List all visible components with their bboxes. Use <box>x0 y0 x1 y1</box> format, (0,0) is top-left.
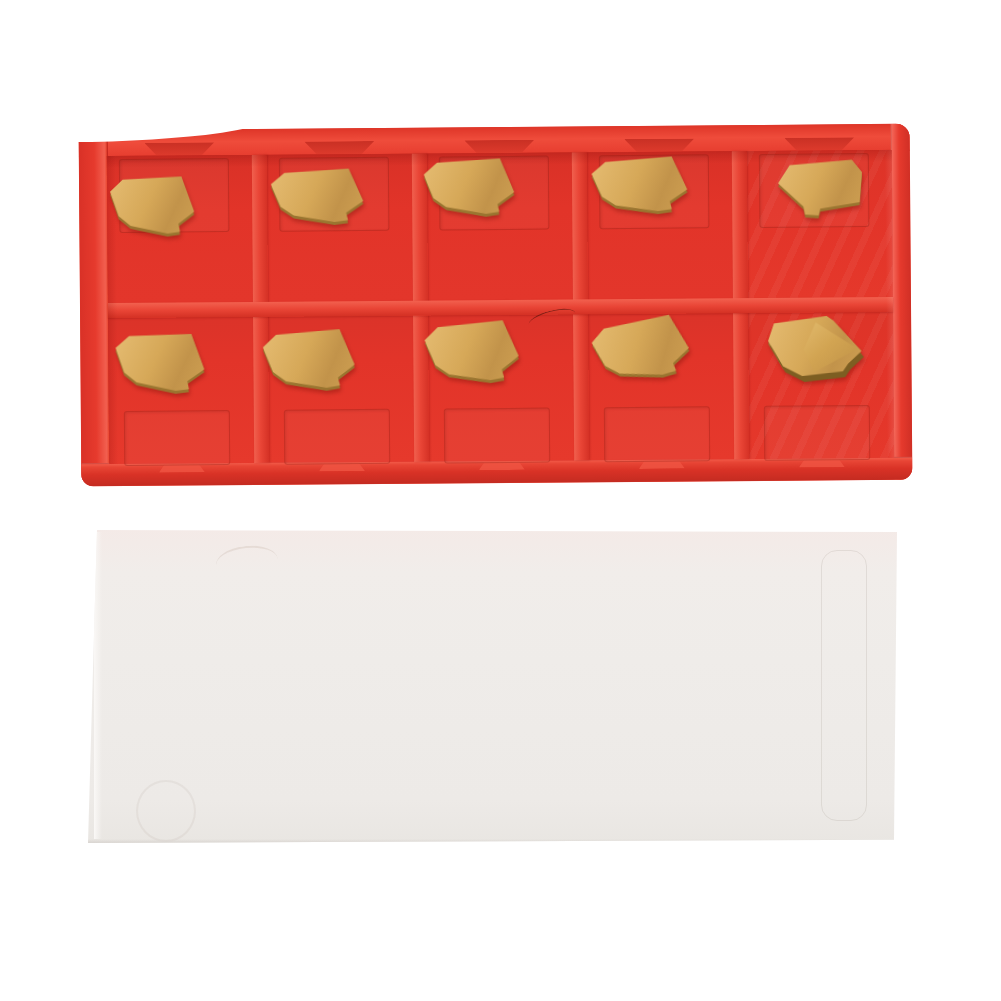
carbide-insert-B3 <box>424 319 520 383</box>
insert-face <box>423 158 514 215</box>
product-photo-scene <box>0 0 1001 1001</box>
latch-notch <box>464 140 534 154</box>
carbide-insert-B5 <box>767 315 862 378</box>
compartment-recess <box>764 405 870 461</box>
carbide-insert-B1 <box>115 333 205 391</box>
carbide-insert-T1 <box>110 176 194 234</box>
latch-notch <box>624 138 694 152</box>
insert-face <box>778 159 862 216</box>
lid-emboss-line <box>821 550 867 821</box>
compartment-recess <box>124 410 230 466</box>
latch-notch <box>144 142 214 156</box>
compartment-recess <box>604 406 710 462</box>
lid-smudge <box>214 543 279 581</box>
latch-notch <box>304 141 374 155</box>
compartment-recess <box>444 408 550 464</box>
carbide-insert-T3 <box>423 158 514 215</box>
carbide-insert-B2 <box>262 329 355 391</box>
compartment-recess <box>284 409 390 465</box>
insert-face <box>270 168 363 223</box>
box-lid <box>88 528 897 843</box>
insert-face <box>262 329 355 391</box>
carbide-insert-T5 <box>778 159 862 216</box>
insert-box <box>79 124 913 487</box>
carbide-insert-T4 <box>591 156 688 214</box>
insert-face <box>110 176 194 234</box>
insert-face <box>424 319 520 383</box>
lid-smudge <box>136 780 196 842</box>
insert-face <box>115 333 205 391</box>
latch-notch <box>784 137 854 151</box>
box-wall-left <box>79 130 111 486</box>
insert-face <box>591 156 688 214</box>
box-interior <box>107 150 894 464</box>
carbide-insert-T2 <box>270 168 363 223</box>
